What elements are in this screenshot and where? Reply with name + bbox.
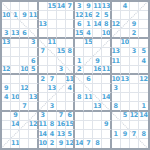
sudoku-cell-r5c13[interactable]	[112, 39, 121, 48]
sudoku-cell-r1c8[interactable]: 7	[66, 2, 75, 11]
sudoku-cell-r10c4[interactable]	[29, 84, 38, 93]
sudoku-cell-r2c8[interactable]	[66, 11, 75, 20]
sudoku-cell-r1c13[interactable]	[112, 2, 121, 11]
sudoku-cell-r6c4[interactable]	[29, 48, 38, 57]
sudoku-cell-r1c6[interactable]: 15	[48, 2, 57, 11]
sudoku-cell-r15c12[interactable]	[102, 130, 111, 139]
sudoku-cell-r12c12[interactable]	[102, 102, 111, 111]
sudoku-cell-r16c16[interactable]	[139, 139, 148, 148]
sudoku-cell-r11c10[interactable]: 11	[84, 93, 93, 102]
sudoku-cell-r15c6[interactable]: 4	[48, 130, 57, 139]
sudoku-cell-r13c13[interactable]	[112, 112, 121, 121]
sudoku-cell-r10c11[interactable]	[93, 84, 102, 93]
sudoku-cell-r14c4[interactable]: 12	[29, 121, 38, 130]
sudoku-cell-r7c6[interactable]	[48, 57, 57, 66]
sudoku-cell-r13c6[interactable]	[48, 112, 57, 121]
sudoku-cell-r11c5[interactable]	[39, 93, 48, 102]
sudoku-cell-r8c4[interactable]: 5	[29, 66, 38, 75]
sudoku-cell-r9c4[interactable]	[29, 75, 38, 84]
sudoku-cell-r10c16[interactable]	[139, 84, 148, 93]
sudoku-cell-r7c4[interactable]: 6	[29, 57, 38, 66]
sudoku-cell-r8c16[interactable]	[139, 66, 148, 75]
sudoku-cell-r8c12[interactable]: 11	[102, 66, 111, 75]
sudoku-cell-r15c14[interactable]: 9	[121, 130, 130, 139]
sudoku-cell-r14c14[interactable]	[121, 121, 130, 130]
sudoku-grid: 1514739111341019111216251361148129313615…	[2, 2, 148, 148]
sudoku-board: 1514739111341019111216251361148129313615…	[0, 0, 150, 150]
sudoku-cell-r9c8[interactable]: 11	[66, 75, 75, 84]
sudoku-cell-r5c10[interactable]: 15	[84, 39, 93, 48]
sudoku-cell-r3c3[interactable]	[20, 20, 29, 29]
sudoku-cell-r13c10[interactable]	[84, 112, 93, 121]
sudoku-cell-r13c7[interactable]: 7	[57, 112, 66, 121]
sudoku-cell-r16c1[interactable]	[2, 139, 11, 148]
sudoku-cell-r4c9[interactable]: 15	[75, 29, 84, 38]
sudoku-cell-r2c9[interactable]: 12	[75, 11, 84, 20]
sudoku-cell-r4c3[interactable]: 6	[20, 29, 29, 38]
sudoku-cell-r10c5[interactable]	[39, 84, 48, 93]
sudoku-cell-r14c13[interactable]	[112, 121, 121, 130]
sudoku-cell-r4c16[interactable]	[139, 29, 148, 38]
sudoku-cell-r9c12[interactable]	[102, 75, 111, 84]
sudoku-cell-r13c4[interactable]	[29, 112, 38, 121]
sudoku-cell-r4c15[interactable]: 2	[130, 29, 139, 38]
sudoku-cell-r3c4[interactable]	[29, 20, 38, 29]
sudoku-cell-r15c5[interactable]: 14	[39, 130, 48, 139]
sudoku-cell-r6c8[interactable]: 8	[66, 48, 75, 57]
sudoku-cell-r11c11[interactable]	[93, 93, 102, 102]
sudoku-cell-r16c4[interactable]	[29, 139, 38, 148]
sudoku-cell-r3c7[interactable]	[57, 20, 66, 29]
sudoku-cell-r9c10[interactable]: 6	[84, 75, 93, 84]
sudoku-cell-r12c7[interactable]	[57, 102, 66, 111]
sudoku-cell-r12c1[interactable]	[2, 102, 11, 111]
sudoku-cell-r16c15[interactable]	[130, 139, 139, 148]
sudoku-cell-r1c3[interactable]	[20, 2, 29, 11]
sudoku-cell-r2c10[interactable]: 16	[84, 11, 93, 20]
sudoku-cell-r13c16[interactable]: 14	[139, 112, 148, 121]
sudoku-cell-r14c8[interactable]: 15	[66, 121, 75, 130]
sudoku-cell-r13c3[interactable]	[20, 112, 29, 121]
sudoku-cell-r11c13[interactable]	[112, 93, 121, 102]
sudoku-cell-r4c11[interactable]	[93, 29, 102, 38]
sudoku-cell-r12c8[interactable]	[66, 102, 75, 111]
sudoku-cell-r8c8[interactable]	[66, 66, 75, 75]
sudoku-cell-r16c14[interactable]	[121, 139, 130, 148]
sudoku-cell-r3c6[interactable]	[48, 20, 57, 29]
sudoku-cell-r15c11[interactable]	[93, 130, 102, 139]
sudoku-cell-r12c4[interactable]	[29, 102, 38, 111]
sudoku-cell-r14c6[interactable]: 8	[48, 121, 57, 130]
sudoku-cell-r6c11[interactable]	[93, 48, 102, 57]
sudoku-cell-r4c12[interactable]: 10	[102, 29, 111, 38]
sudoku-cell-r16c13[interactable]	[112, 139, 121, 148]
sudoku-cell-r5c14[interactable]: 10	[121, 39, 130, 48]
sudoku-cell-r11c12[interactable]: 14	[102, 93, 111, 102]
sudoku-cell-r7c16[interactable]: 4	[139, 57, 148, 66]
sudoku-cell-r4c7[interactable]	[57, 29, 66, 38]
sudoku-cell-r11c15[interactable]	[130, 93, 139, 102]
sudoku-cell-r5c16[interactable]	[139, 39, 148, 48]
sudoku-cell-r2c11[interactable]: 2	[93, 11, 102, 20]
sudoku-cell-r11c1[interactable]: 4	[2, 93, 11, 102]
sudoku-cell-r14c9[interactable]	[75, 121, 84, 130]
sudoku-cell-r12c14[interactable]	[121, 102, 130, 111]
sudoku-cell-r15c16[interactable]: 8	[139, 130, 148, 139]
sudoku-cell-r5c5[interactable]	[39, 39, 48, 48]
sudoku-cell-r10c14[interactable]	[121, 84, 130, 93]
sudoku-cell-r10c13[interactable]: 3	[112, 84, 121, 93]
sudoku-cell-r15c7[interactable]: 13	[57, 130, 66, 139]
sudoku-cell-r2c3[interactable]: 9	[20, 11, 29, 20]
sudoku-cell-r8c11[interactable]: 16	[93, 66, 102, 75]
sudoku-cell-r12c15[interactable]	[130, 102, 139, 111]
sudoku-cell-r4c6[interactable]	[48, 29, 57, 38]
sudoku-cell-r7c7[interactable]	[57, 57, 66, 66]
sudoku-cell-r13c1[interactable]	[2, 112, 11, 121]
sudoku-cell-r3c5[interactable]: 13	[39, 20, 48, 29]
sudoku-cell-r4c8[interactable]	[66, 29, 75, 38]
sudoku-cell-r9c15[interactable]	[130, 75, 139, 84]
sudoku-cell-r5c7[interactable]	[57, 39, 66, 48]
sudoku-cell-r10c7[interactable]	[57, 84, 66, 93]
sudoku-cell-r6c16[interactable]: 5	[139, 48, 148, 57]
sudoku-cell-r9c13[interactable]: 10	[112, 75, 121, 84]
sudoku-cell-r15c3[interactable]	[20, 130, 29, 139]
sudoku-cell-r14c7[interactable]: 16	[57, 121, 66, 130]
sudoku-cell-r6c2[interactable]	[11, 48, 20, 57]
sudoku-cell-r5c11[interactable]	[93, 39, 102, 48]
sudoku-cell-r12c13[interactable]: 8	[112, 102, 121, 111]
sudoku-cell-r6c3[interactable]	[20, 48, 29, 57]
sudoku-cell-r7c3[interactable]	[20, 57, 29, 66]
sudoku-cell-r12c6[interactable]: 3	[48, 102, 57, 111]
sudoku-cell-r6c15[interactable]: 3	[130, 48, 139, 57]
sudoku-cell-r4c4[interactable]	[29, 29, 38, 38]
sudoku-cell-r13c14[interactable]: 5	[121, 112, 130, 121]
sudoku-cell-r13c5[interactable]: 3	[39, 112, 48, 121]
sudoku-cell-r10c6[interactable]: 13	[48, 84, 57, 93]
sudoku-cell-r16c9[interactable]: 14	[75, 139, 84, 148]
sudoku-cell-r12c10[interactable]	[84, 102, 93, 111]
sudoku-cell-r12c3[interactable]: 7	[20, 102, 29, 111]
sudoku-cell-r13c2[interactable]: 9	[11, 112, 20, 121]
sudoku-cell-r3c15[interactable]: 9	[130, 20, 139, 29]
sudoku-cell-r8c5[interactable]	[39, 66, 48, 75]
sudoku-cell-r16c11[interactable]: 8	[93, 139, 102, 148]
sudoku-cell-r5c8[interactable]	[66, 39, 75, 48]
sudoku-cell-r7c2[interactable]	[11, 57, 20, 66]
sudoku-cell-r8c9[interactable]: 2	[75, 66, 84, 75]
sudoku-cell-r9c5[interactable]: 2	[39, 75, 48, 84]
sudoku-cell-r9c1[interactable]	[2, 75, 11, 84]
sudoku-cell-r6c10[interactable]	[84, 48, 93, 57]
sudoku-cell-r16c12[interactable]	[102, 139, 111, 148]
sudoku-cell-r15c4[interactable]	[29, 130, 38, 139]
sudoku-cell-r15c15[interactable]: 7	[130, 130, 139, 139]
sudoku-cell-r4c2[interactable]: 13	[11, 29, 20, 38]
sudoku-cell-r16c2[interactable]: 11	[11, 139, 20, 148]
sudoku-cell-r1c9[interactable]: 3	[75, 2, 84, 11]
sudoku-cell-r4c1[interactable]: 3	[2, 29, 11, 38]
sudoku-cell-r16c5[interactable]: 10	[39, 139, 48, 148]
sudoku-cell-r9c3[interactable]	[20, 75, 29, 84]
sudoku-cell-r7c5[interactable]	[39, 57, 48, 66]
sudoku-cell-r13c9[interactable]	[75, 112, 84, 121]
sudoku-cell-r11c2[interactable]: 10	[11, 93, 20, 102]
sudoku-cell-r11c4[interactable]: 13	[29, 93, 38, 102]
sudoku-cell-r10c9[interactable]	[75, 84, 84, 93]
sudoku-cell-r11c16[interactable]	[139, 93, 148, 102]
sudoku-cell-r5c12[interactable]	[102, 39, 111, 48]
sudoku-cell-r8c10[interactable]	[84, 66, 93, 75]
sudoku-cell-r11c8[interactable]	[66, 93, 75, 102]
sudoku-cell-r13c8[interactable]: 6	[66, 112, 75, 121]
sudoku-cell-r9c11[interactable]	[93, 75, 102, 84]
sudoku-cell-r14c1[interactable]	[2, 121, 11, 130]
sudoku-cell-r15c13[interactable]: 1	[112, 130, 121, 139]
sudoku-cell-r7c1[interactable]	[2, 57, 11, 66]
sudoku-cell-r6c6[interactable]	[48, 48, 57, 57]
sudoku-cell-r7c8[interactable]	[66, 57, 75, 66]
sudoku-cell-r11c3[interactable]	[20, 93, 29, 102]
sudoku-cell-r2c12[interactable]: 5	[102, 11, 111, 20]
sudoku-cell-r11c7[interactable]	[57, 93, 66, 102]
sudoku-cell-r1c7[interactable]: 14	[57, 2, 66, 11]
sudoku-cell-r2c4[interactable]: 11	[29, 11, 38, 20]
sudoku-cell-r12c5[interactable]	[39, 102, 48, 111]
sudoku-cell-r12c11[interactable]: 13	[93, 102, 102, 111]
sudoku-cell-r1c2[interactable]	[11, 2, 20, 11]
sudoku-cell-r6c1[interactable]	[2, 48, 11, 57]
sudoku-cell-r1c5[interactable]	[39, 2, 48, 11]
sudoku-cell-r11c6[interactable]	[48, 93, 57, 102]
sudoku-cell-r16c8[interactable]: 12	[66, 139, 75, 148]
sudoku-cell-r10c10[interactable]	[84, 84, 93, 93]
sudoku-cell-r3c16[interactable]	[139, 20, 148, 29]
sudoku-cell-r5c1[interactable]: 13	[2, 39, 11, 48]
sudoku-cell-r6c7[interactable]: 15	[57, 48, 66, 57]
sudoku-cell-r5c3[interactable]	[20, 39, 29, 48]
sudoku-cell-r8c14[interactable]	[121, 66, 130, 75]
sudoku-cell-r3c10[interactable]: 1	[84, 20, 93, 29]
sudoku-cell-r1c4[interactable]	[29, 2, 38, 11]
sudoku-cell-r12c2[interactable]	[11, 102, 20, 111]
sudoku-cell-r3c12[interactable]: 8	[102, 20, 111, 29]
sudoku-cell-r2c15[interactable]	[130, 11, 139, 20]
sudoku-cell-r16c7[interactable]: 9	[57, 139, 66, 148]
sudoku-cell-r10c8[interactable]: 4	[66, 84, 75, 93]
sudoku-cell-r10c3[interactable]: 12	[20, 84, 29, 93]
sudoku-cell-r1c12[interactable]: 13	[102, 2, 111, 11]
sudoku-cell-r1c1[interactable]	[2, 2, 11, 11]
sudoku-cell-r6c14[interactable]	[121, 48, 130, 57]
sudoku-cell-r6c9[interactable]	[75, 48, 84, 57]
sudoku-cell-r15c10[interactable]	[84, 130, 93, 139]
sudoku-cell-r5c9[interactable]	[75, 39, 84, 48]
sudoku-cell-r3c1[interactable]	[2, 20, 11, 29]
sudoku-cell-r8c1[interactable]: 12	[2, 66, 11, 75]
sudoku-cell-r15c2[interactable]	[11, 130, 20, 139]
sudoku-cell-r11c14[interactable]	[121, 93, 130, 102]
sudoku-cell-r4c10[interactable]: 4	[84, 29, 93, 38]
sudoku-cell-r13c12[interactable]	[102, 112, 111, 121]
sudoku-cell-r5c6[interactable]: 11	[48, 39, 57, 48]
sudoku-cell-r13c15[interactable]: 12	[130, 112, 139, 121]
sudoku-cell-r11c9[interactable]: 8	[75, 93, 84, 102]
sudoku-cell-r9c7[interactable]	[57, 75, 66, 84]
sudoku-cell-r3c2[interactable]	[11, 20, 20, 29]
sudoku-cell-r4c14[interactable]	[121, 29, 130, 38]
sudoku-cell-r14c12[interactable]: 9	[102, 121, 111, 130]
sudoku-cell-r3c14[interactable]	[121, 20, 130, 29]
sudoku-cell-r7c10[interactable]	[84, 57, 93, 66]
sudoku-cell-r8c3[interactable]: 10	[20, 66, 29, 75]
sudoku-cell-r15c8[interactable]: 5	[66, 130, 75, 139]
sudoku-cell-r16c10[interactable]: 7	[84, 139, 93, 148]
sudoku-cell-r7c15[interactable]	[130, 57, 139, 66]
sudoku-cell-r2c16[interactable]	[139, 11, 148, 20]
sudoku-cell-r16c6[interactable]: 2	[48, 139, 57, 148]
sudoku-cell-r8c13[interactable]	[112, 66, 121, 75]
sudoku-cell-r9c6[interactable]: 7	[48, 75, 57, 84]
sudoku-cell-r3c13[interactable]: 12	[112, 20, 121, 29]
sudoku-cell-r2c7[interactable]	[57, 11, 66, 20]
sudoku-cell-r14c2[interactable]: 14	[11, 121, 20, 130]
sudoku-cell-r1c15[interactable]	[130, 2, 139, 11]
sudoku-cell-r15c1[interactable]	[2, 130, 11, 139]
sudoku-cell-r13c11[interactable]	[93, 112, 102, 121]
sudoku-cell-r6c5[interactable]: 7	[39, 48, 48, 57]
sudoku-cell-r9c9[interactable]	[75, 75, 84, 84]
sudoku-cell-r10c1[interactable]: 9	[2, 84, 11, 93]
sudoku-cell-r1c11[interactable]: 11	[93, 2, 102, 11]
sudoku-cell-r10c15[interactable]	[130, 84, 139, 93]
sudoku-cell-r9c16[interactable]: 12	[139, 75, 148, 84]
sudoku-cell-r7c11[interactable]: 9	[93, 57, 102, 66]
sudoku-cell-r15c9[interactable]	[75, 130, 84, 139]
sudoku-cell-r10c12[interactable]	[102, 84, 111, 93]
sudoku-cell-r5c15[interactable]	[130, 39, 139, 48]
sudoku-cell-r6c13[interactable]: 13	[112, 48, 121, 57]
sudoku-cell-r2c2[interactable]: 1	[11, 11, 20, 20]
sudoku-cell-r14c16[interactable]	[139, 121, 148, 130]
sudoku-cell-r12c16[interactable]: 1	[139, 102, 148, 111]
sudoku-cell-r1c16[interactable]	[139, 2, 148, 11]
sudoku-cell-r16c3[interactable]	[20, 139, 29, 148]
sudoku-cell-r7c9[interactable]: 1	[75, 57, 84, 66]
sudoku-cell-r14c10[interactable]	[84, 121, 93, 130]
sudoku-cell-r9c14[interactable]: 13	[121, 75, 130, 84]
sudoku-cell-r14c5[interactable]: 11	[39, 121, 48, 130]
sudoku-cell-r2c6[interactable]	[48, 11, 57, 20]
sudoku-cell-r1c10[interactable]: 9	[84, 2, 93, 11]
sudoku-cell-r6c12[interactable]	[102, 48, 111, 57]
sudoku-cell-r2c1[interactable]: 10	[2, 11, 11, 20]
sudoku-cell-r10c2[interactable]	[11, 84, 20, 93]
sudoku-cell-r8c7[interactable]: 3	[57, 66, 66, 75]
sudoku-cell-r14c11[interactable]	[93, 121, 102, 130]
sudoku-cell-r7c14[interactable]	[121, 57, 130, 66]
sudoku-cell-r7c13[interactable]: 11	[112, 57, 121, 66]
sudoku-cell-r8c6[interactable]	[48, 66, 57, 75]
sudoku-cell-r5c2[interactable]	[11, 39, 20, 48]
sudoku-cell-r2c5[interactable]	[39, 11, 48, 20]
sudoku-cell-r8c15[interactable]	[130, 66, 139, 75]
sudoku-cell-r14c3[interactable]	[20, 121, 29, 130]
sudoku-cell-r4c5[interactable]	[39, 29, 48, 38]
sudoku-cell-r7c12[interactable]	[102, 57, 111, 66]
sudoku-cell-r14c15[interactable]	[130, 121, 139, 130]
sudoku-cell-r1c14[interactable]: 4	[121, 2, 130, 11]
sudoku-cell-r3c8[interactable]	[66, 20, 75, 29]
sudoku-cell-r12c9[interactable]	[75, 102, 84, 111]
sudoku-cell-r9c2[interactable]	[11, 75, 20, 84]
sudoku-cell-r3c11[interactable]: 14	[93, 20, 102, 29]
sudoku-cell-r5c4[interactable]: 3	[29, 39, 38, 48]
sudoku-cell-r2c14[interactable]	[121, 11, 130, 20]
sudoku-cell-r8c2[interactable]	[11, 66, 20, 75]
sudoku-cell-r3c9[interactable]: 6	[75, 20, 84, 29]
sudoku-cell-r4c13[interactable]	[112, 29, 121, 38]
sudoku-cell-r2c13[interactable]	[112, 11, 121, 20]
